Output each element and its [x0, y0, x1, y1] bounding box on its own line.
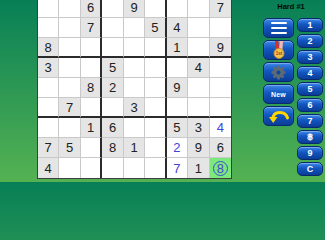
cell-r8c4[interactable]: 8 — [102, 138, 123, 158]
cell-r3c6[interactable] — [145, 38, 166, 58]
cell-r5c2[interactable] — [59, 78, 80, 98]
cell-r8c3[interactable] — [81, 138, 102, 158]
puzzle-title: Hard #1 — [258, 2, 324, 11]
number-button-1[interactable]: 1 — [297, 18, 323, 32]
cell-r2c9[interactable] — [210, 18, 231, 38]
number-button-8[interactable]: 8 — [297, 130, 323, 144]
selection-ring: 8 — [213, 161, 228, 176]
new-game-button[interactable]: New — [263, 84, 294, 104]
cell-r3c9[interactable]: 9 — [210, 38, 231, 58]
number-button-3[interactable]: 3 — [297, 50, 323, 64]
cell-r5c5[interactable] — [124, 78, 145, 98]
cell-r6c9[interactable] — [210, 98, 231, 118]
cell-r2c1[interactable] — [38, 18, 59, 38]
cell-r5c4[interactable]: 2 — [102, 78, 123, 98]
cell-r3c4[interactable] — [102, 38, 123, 58]
gear-icon — [270, 64, 287, 81]
cell-r3c2[interactable] — [59, 38, 80, 58]
cell-r1c6[interactable] — [145, 0, 166, 18]
cell-r4c1[interactable]: 3 — [38, 58, 59, 78]
cell-r2c7[interactable]: 4 — [167, 18, 188, 38]
cell-r9c4[interactable] — [102, 158, 123, 178]
cell-r6c2[interactable]: 7 — [59, 98, 80, 118]
new-game-label: New — [271, 91, 286, 98]
cell-r4c2[interactable] — [59, 58, 80, 78]
number-button-5[interactable]: 5 — [297, 82, 323, 96]
number-button-2[interactable]: 2 — [297, 34, 323, 48]
cell-r8c9[interactable]: 6 — [210, 138, 231, 158]
cell-r7c4[interactable]: 6 — [102, 118, 123, 138]
number-button-9[interactable]: 9 — [297, 146, 323, 160]
cell-r1c5[interactable]: 9 — [124, 0, 145, 18]
cell-r7c3[interactable]: 1 — [81, 118, 102, 138]
cell-r4c6[interactable] — [145, 58, 166, 78]
number-button-7[interactable]: 7 — [297, 114, 323, 128]
cell-r3c1[interactable]: 8 — [38, 38, 59, 58]
menu-button-column: 1st New — [263, 18, 294, 126]
cell-r1c8[interactable] — [188, 0, 209, 18]
cell-r2c6[interactable]: 5 — [145, 18, 166, 38]
cell-r6c1[interactable] — [38, 98, 59, 118]
cell-r3c7[interactable]: 1 — [167, 38, 188, 58]
sudoku-board: 697754819354829731653475812964718 — [37, 0, 232, 179]
cell-r6c4[interactable] — [102, 98, 123, 118]
cell-r2c5[interactable] — [124, 18, 145, 38]
cell-r4c9[interactable] — [210, 58, 231, 78]
cell-r4c3[interactable] — [81, 58, 102, 78]
cell-r6c3[interactable] — [81, 98, 102, 118]
cell-r5c1[interactable] — [38, 78, 59, 98]
cell-r8c6[interactable] — [145, 138, 166, 158]
cell-r9c2[interactable] — [59, 158, 80, 178]
cell-r7c2[interactable] — [59, 118, 80, 138]
cell-r6c6[interactable] — [145, 98, 166, 118]
svg-text:1st: 1st — [275, 51, 282, 56]
cell-r6c8[interactable] — [188, 98, 209, 118]
cell-r3c5[interactable] — [124, 38, 145, 58]
cell-r8c1[interactable]: 7 — [38, 138, 59, 158]
cell-r7c1[interactable] — [38, 118, 59, 138]
number-button-6[interactable]: 6 — [297, 98, 323, 112]
cell-r7c5[interactable] — [124, 118, 145, 138]
cell-r9c5[interactable] — [124, 158, 145, 178]
hamburger-icon — [271, 22, 287, 35]
cell-r4c5[interactable] — [124, 58, 145, 78]
cell-r7c8[interactable]: 3 — [188, 118, 209, 138]
cell-r1c4[interactable] — [102, 0, 123, 18]
cell-r2c8[interactable] — [188, 18, 209, 38]
undo-button[interactable] — [263, 106, 294, 126]
cell-r5c7[interactable]: 9 — [167, 78, 188, 98]
cell-r9c8[interactable]: 1 — [188, 158, 209, 178]
cell-r5c9[interactable] — [210, 78, 231, 98]
clear-button[interactable]: C — [297, 162, 323, 176]
number-button-4[interactable]: 4 — [297, 66, 323, 80]
menu-button[interactable] — [263, 18, 294, 38]
cell-r9c1[interactable]: 4 — [38, 158, 59, 178]
cell-r9c7[interactable]: 7 — [167, 158, 188, 178]
cell-r4c8[interactable]: 4 — [188, 58, 209, 78]
cell-r7c9[interactable]: 4 — [210, 118, 231, 138]
cell-r3c8[interactable] — [188, 38, 209, 58]
undo-icon — [268, 109, 290, 124]
cell-r1c7[interactable] — [167, 0, 188, 18]
settings-button[interactable] — [263, 62, 294, 82]
cell-r8c7[interactable]: 2 — [167, 138, 188, 158]
cell-r2c2[interactable] — [59, 18, 80, 38]
cell-r9c9[interactable]: 8 — [210, 158, 231, 178]
medal-icon: 1st — [271, 41, 287, 59]
cell-r3c3[interactable] — [81, 38, 102, 58]
cell-r9c3[interactable] — [81, 158, 102, 178]
cell-r9c6[interactable] — [145, 158, 166, 178]
cell-r6c7[interactable] — [167, 98, 188, 118]
cell-r4c4[interactable]: 5 — [102, 58, 123, 78]
cell-r1c1[interactable] — [38, 0, 59, 18]
cell-r6c5[interactable]: 3 — [124, 98, 145, 118]
cell-r2c3[interactable]: 7 — [81, 18, 102, 38]
cell-r8c8[interactable]: 9 — [188, 138, 209, 158]
cell-r1c9[interactable]: 7 — [210, 0, 231, 18]
cell-r1c2[interactable] — [59, 0, 80, 18]
cell-r5c8[interactable] — [188, 78, 209, 98]
cell-r5c3[interactable]: 8 — [81, 78, 102, 98]
cell-r8c2[interactable]: 5 — [59, 138, 80, 158]
achievements-button[interactable]: 1st — [263, 40, 294, 60]
cell-r7c7[interactable]: 5 — [167, 118, 188, 138]
cell-r5c6[interactable] — [145, 78, 166, 98]
number-button-column: 123456789C — [297, 18, 323, 176]
app-background: { "game": "sudoku", "difficulty_label": … — [0, 0, 325, 182]
cell-r4c7[interactable] — [167, 58, 188, 78]
cell-r1c3[interactable]: 6 — [81, 0, 102, 18]
cell-r2c4[interactable] — [102, 18, 123, 38]
cell-r7c6[interactable] — [145, 118, 166, 138]
cell-r8c5[interactable]: 1 — [124, 138, 145, 158]
